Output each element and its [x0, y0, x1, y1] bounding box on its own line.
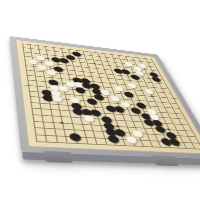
black-stone: ●: [67, 131, 83, 141]
black-stone: ●: [122, 90, 136, 98]
star-point: [93, 63, 96, 65]
black-stone: ●: [73, 86, 87, 94]
white-stone: ●: [81, 113, 96, 122]
photo-canvas: ●●●●●●●●●●●●●●●●●●●●●●●●●●●●●●●●●●●●●●●●…: [0, 0, 200, 200]
white-stone: ●: [50, 94, 64, 103]
board-foot-right: [151, 155, 179, 166]
go-board: ●●●●●●●●●●●●●●●●●●●●●●●●●●●●●●●●●●●●●●●●…: [9, 36, 200, 159]
white-stone: ●: [125, 81, 138, 89]
black-stone: ●: [58, 57, 71, 64]
white-stone: ●: [45, 69, 58, 77]
star-point: [60, 121, 64, 123]
board-foot-left: [44, 151, 73, 163]
board-frame: ●●●●●●●●●●●●●●●●●●●●●●●●●●●●●●●●●●●●●●●●…: [9, 36, 200, 159]
board-surface: ●●●●●●●●●●●●●●●●●●●●●●●●●●●●●●●●●●●●●●●●…: [15, 39, 200, 154]
